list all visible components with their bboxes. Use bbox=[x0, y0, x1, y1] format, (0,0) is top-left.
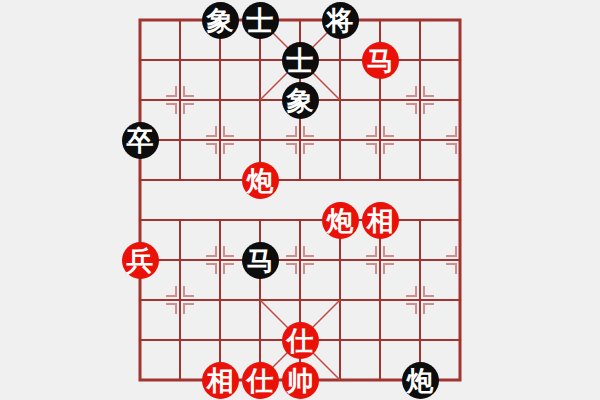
board-point-d6: 炮 bbox=[240, 160, 280, 200]
piece-red-pawn[interactable]: 兵 bbox=[122, 242, 159, 279]
piece-red-elephant[interactable]: 相 bbox=[202, 362, 239, 399]
pieces-grid: 象士将士马象卒炮炮相兵马仕相仕帅炮 bbox=[120, 0, 480, 400]
piece-red-cannon[interactable]: 炮 bbox=[242, 162, 279, 199]
piece-red-cannon[interactable]: 炮 bbox=[322, 202, 359, 239]
piece-black-elephant[interactable]: 象 bbox=[202, 2, 239, 39]
piece-red-king[interactable]: 帅 bbox=[282, 362, 319, 399]
board-point-e9: 士 bbox=[280, 40, 320, 80]
board-point-d4: 马 bbox=[240, 240, 280, 280]
board-point-f10: 将 bbox=[320, 0, 360, 40]
board-point-e1: 帅 bbox=[280, 360, 320, 400]
board-point-e2: 仕 bbox=[280, 320, 320, 360]
board-point-a7: 卒 bbox=[120, 120, 160, 160]
piece-red-advisor[interactable]: 仕 bbox=[282, 322, 319, 359]
piece-red-advisor[interactable]: 仕 bbox=[242, 362, 279, 399]
piece-black-elephant[interactable]: 象 bbox=[282, 82, 319, 119]
piece-black-advisor[interactable]: 士 bbox=[242, 2, 279, 39]
piece-black-pawn[interactable]: 卒 bbox=[122, 122, 159, 159]
board-point-f5: 炮 bbox=[320, 200, 360, 240]
piece-red-horse[interactable]: 马 bbox=[362, 42, 399, 79]
board-point-c1: 相 bbox=[200, 360, 240, 400]
board-point-d10: 士 bbox=[240, 0, 280, 40]
piece-red-elephant[interactable]: 相 bbox=[362, 202, 399, 239]
board-point-a4: 兵 bbox=[120, 240, 160, 280]
board-point-c10: 象 bbox=[200, 0, 240, 40]
xiangqi-screen: 象士将士马象卒炮炮相兵马仕相仕帅炮 bbox=[0, 0, 600, 400]
piece-black-horse[interactable]: 马 bbox=[242, 242, 279, 279]
piece-black-king[interactable]: 将 bbox=[322, 2, 359, 39]
piece-black-advisor[interactable]: 士 bbox=[282, 42, 319, 79]
board-point-g9: 马 bbox=[360, 40, 400, 80]
board-point-e8: 象 bbox=[280, 80, 320, 120]
board-point-h1: 炮 bbox=[400, 360, 440, 400]
piece-black-cannon[interactable]: 炮 bbox=[402, 362, 439, 399]
board-point-d1: 仕 bbox=[240, 360, 280, 400]
board-point-g5: 相 bbox=[360, 200, 400, 240]
